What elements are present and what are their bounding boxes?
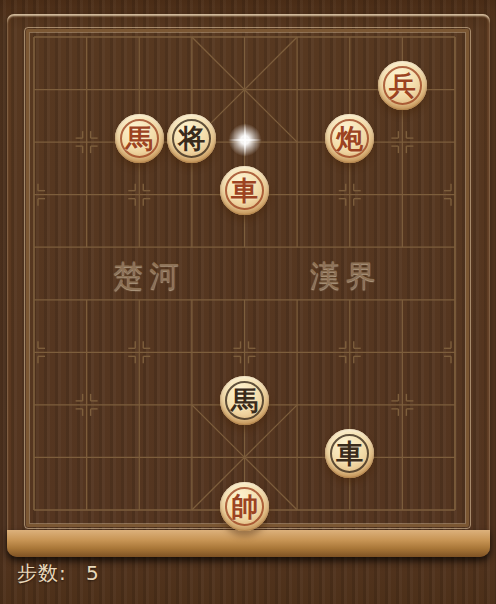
piece-glyph: 馬 [231,376,258,425]
piece-black-general[interactable]: 将 [167,114,216,163]
board-bottom-edge [7,530,490,557]
piece-glyph: 車 [336,429,363,478]
piece-glyph: 馬 [126,114,153,163]
piece-red-general[interactable]: 帥 [220,482,269,531]
move-counter-label: 步数: [17,561,67,585]
piece-glyph: 車 [231,166,258,215]
move-counter: 步数: 5 [17,560,100,587]
piece-red-cannon[interactable]: 炮 [325,114,374,163]
move-counter-value: 5 [86,561,100,585]
piece-glyph: 炮 [336,114,363,163]
piece-red-chariot[interactable]: 車 [220,166,269,215]
xiangqi-app-window: 楚河 漢界 兵馬将炮車馬車帥 步数: 5 [0,0,496,604]
river-label-right: 漢界 [310,258,382,294]
piece-glyph: 将 [178,114,205,163]
piece-red-horse[interactable]: 馬 [115,114,164,163]
piece-glyph: 兵 [389,61,416,110]
piece-red-soldier[interactable]: 兵 [378,61,427,110]
piece-black-chariot[interactable]: 車 [325,429,374,478]
piece-glyph: 帥 [231,482,258,531]
river-label-left: 楚河 [113,258,185,294]
